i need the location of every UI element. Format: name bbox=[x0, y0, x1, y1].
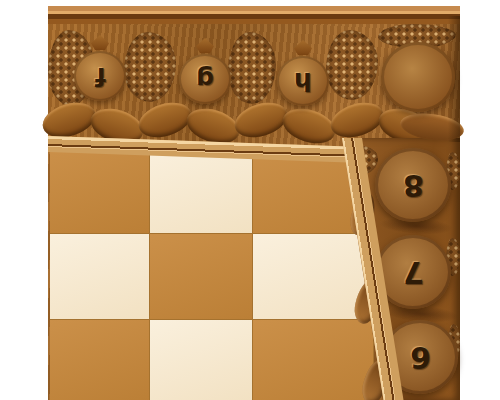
square-g7 bbox=[150, 234, 252, 319]
rank-label-7: 7 bbox=[403, 257, 424, 287]
pomegranate-crown bbox=[91, 35, 109, 50]
board-grid bbox=[50, 148, 374, 400]
carved-texture-patch bbox=[124, 32, 176, 102]
board-top-edge bbox=[48, 6, 460, 24]
square-g6 bbox=[150, 320, 252, 400]
file-label-g: g bbox=[196, 67, 214, 92]
square-f8 bbox=[50, 148, 149, 233]
rank-label-8: 8 bbox=[403, 170, 424, 200]
chess-board: f g h 8 7 6 bbox=[48, 6, 460, 400]
pomegranate-carving-g: g bbox=[179, 54, 231, 104]
plain-disc-carving bbox=[381, 42, 455, 112]
rank-label-6: 6 bbox=[410, 342, 431, 372]
square-f6 bbox=[50, 320, 149, 400]
pomegranate-crown bbox=[294, 40, 312, 55]
pomegranate-carving-h: h bbox=[277, 56, 329, 106]
carved-texture-patch bbox=[228, 32, 276, 104]
rank-disc-8: 8 bbox=[375, 148, 451, 222]
pomegranate-crown bbox=[196, 38, 214, 53]
file-label-f: f bbox=[95, 64, 106, 89]
pomegranate-carving-f: f bbox=[74, 51, 126, 101]
file-label-h: h bbox=[294, 69, 312, 94]
product-photo: f g h 8 7 6 bbox=[0, 0, 500, 400]
square-g8 bbox=[150, 148, 252, 233]
square-f7 bbox=[50, 234, 149, 319]
carved-texture-patch bbox=[326, 30, 378, 100]
square-h6 bbox=[253, 320, 373, 400]
